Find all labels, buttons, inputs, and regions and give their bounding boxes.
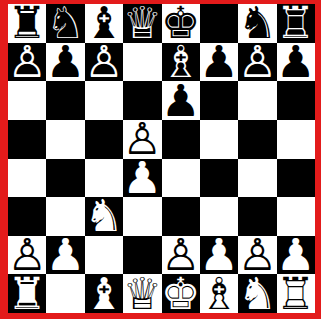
square-e5[interactable] — [162, 120, 200, 159]
square-e8[interactable]: ♚ — [162, 4, 200, 43]
square-g2[interactable]: ♙ — [238, 236, 276, 275]
square-e7[interactable]: ♗ — [162, 43, 200, 82]
square-g8[interactable]: ♞ — [238, 4, 276, 43]
square-b2[interactable]: ♟ — [46, 236, 84, 275]
white-queen: ♕ — [123, 274, 161, 313]
square-d4[interactable]: ♟ — [123, 159, 161, 198]
square-f6[interactable] — [200, 81, 238, 120]
square-h7[interactable]: ♟ — [277, 43, 315, 82]
board-frame: ♜♘♝♕♚♞♖♙♟♙♗♟♙♟♟♙♟♞♙♟♙♟♙♟♜♝♕♚♗♞♖ — [0, 0, 321, 319]
square-e2[interactable]: ♙ — [162, 236, 200, 275]
black-pawn: ♟ — [162, 81, 200, 120]
white-bishop: ♝ — [85, 274, 123, 313]
square-d8[interactable]: ♕ — [123, 4, 161, 43]
square-a7[interactable]: ♙ — [8, 43, 46, 82]
square-f8[interactable] — [200, 4, 238, 43]
square-a1[interactable]: ♜ — [8, 274, 46, 313]
square-f1[interactable]: ♗ — [200, 274, 238, 313]
square-b8[interactable]: ♘ — [46, 4, 84, 43]
square-a8[interactable]: ♜ — [8, 4, 46, 43]
square-c8[interactable]: ♝ — [85, 4, 123, 43]
square-h1[interactable]: ♖ — [277, 274, 315, 313]
black-pawn: ♟ — [200, 43, 238, 82]
square-g6[interactable] — [238, 81, 276, 120]
square-g4[interactable] — [238, 159, 276, 198]
white-pawn: ♙ — [123, 120, 161, 159]
white-pawn: ♙ — [8, 236, 46, 275]
black-bishop: ♗ — [162, 43, 200, 82]
white-pawn: ♙ — [162, 236, 200, 275]
black-bishop: ♝ — [85, 4, 123, 43]
square-h3[interactable] — [277, 197, 315, 236]
black-rook: ♖ — [277, 4, 315, 43]
square-d7[interactable] — [123, 43, 161, 82]
square-b1[interactable] — [46, 274, 84, 313]
white-pawn: ♟ — [277, 236, 315, 275]
white-king: ♚ — [162, 274, 200, 313]
square-h4[interactable] — [277, 159, 315, 198]
black-rook: ♜ — [8, 4, 46, 43]
square-c6[interactable] — [85, 81, 123, 120]
black-knight: ♞ — [238, 4, 276, 43]
square-b5[interactable] — [46, 120, 84, 159]
white-pawn: ♟ — [200, 236, 238, 275]
square-h6[interactable] — [277, 81, 315, 120]
white-pawn: ♟ — [123, 159, 161, 198]
white-pawn: ♙ — [238, 236, 276, 275]
square-b4[interactable] — [46, 159, 84, 198]
white-rook: ♖ — [277, 274, 315, 313]
square-d2[interactable] — [123, 236, 161, 275]
square-g5[interactable] — [238, 120, 276, 159]
black-pawn: ♙ — [238, 43, 276, 82]
black-pawn: ♙ — [85, 43, 123, 82]
square-g1[interactable]: ♞ — [238, 274, 276, 313]
square-g7[interactable]: ♙ — [238, 43, 276, 82]
white-knight: ♞ — [238, 274, 276, 313]
white-knight: ♞ — [85, 197, 123, 236]
square-b6[interactable] — [46, 81, 84, 120]
square-d1[interactable]: ♕ — [123, 274, 161, 313]
square-h5[interactable] — [277, 120, 315, 159]
square-c2[interactable] — [85, 236, 123, 275]
white-bishop: ♗ — [200, 274, 238, 313]
white-pawn: ♟ — [46, 236, 84, 275]
square-d6[interactable] — [123, 81, 161, 120]
square-e6[interactable]: ♟ — [162, 81, 200, 120]
square-c4[interactable] — [85, 159, 123, 198]
square-d3[interactable] — [123, 197, 161, 236]
square-f7[interactable]: ♟ — [200, 43, 238, 82]
square-a3[interactable] — [8, 197, 46, 236]
square-f4[interactable] — [200, 159, 238, 198]
black-pawn: ♙ — [8, 43, 46, 82]
square-c3[interactable]: ♞ — [85, 197, 123, 236]
square-a4[interactable] — [8, 159, 46, 198]
square-d5[interactable]: ♙ — [123, 120, 161, 159]
square-h8[interactable]: ♖ — [277, 4, 315, 43]
square-b3[interactable] — [46, 197, 84, 236]
square-a2[interactable]: ♙ — [8, 236, 46, 275]
square-e4[interactable] — [162, 159, 200, 198]
square-f5[interactable] — [200, 120, 238, 159]
square-e3[interactable] — [162, 197, 200, 236]
square-f2[interactable]: ♟ — [200, 236, 238, 275]
black-knight: ♘ — [46, 4, 84, 43]
square-a6[interactable] — [8, 81, 46, 120]
black-queen: ♕ — [123, 4, 161, 43]
black-king: ♚ — [162, 4, 200, 43]
black-pawn: ♟ — [46, 43, 84, 82]
square-c5[interactable] — [85, 120, 123, 159]
square-a5[interactable] — [8, 120, 46, 159]
square-f3[interactable] — [200, 197, 238, 236]
square-c1[interactable]: ♝ — [85, 274, 123, 313]
square-e1[interactable]: ♚ — [162, 274, 200, 313]
square-g3[interactable] — [238, 197, 276, 236]
black-pawn: ♟ — [277, 43, 315, 82]
white-rook: ♜ — [8, 274, 46, 313]
square-b7[interactable]: ♟ — [46, 43, 84, 82]
chess-board: ♜♘♝♕♚♞♖♙♟♙♗♟♙♟♟♙♟♞♙♟♙♟♙♟♜♝♕♚♗♞♖ — [8, 4, 315, 313]
square-h2[interactable]: ♟ — [277, 236, 315, 275]
square-c7[interactable]: ♙ — [85, 43, 123, 82]
